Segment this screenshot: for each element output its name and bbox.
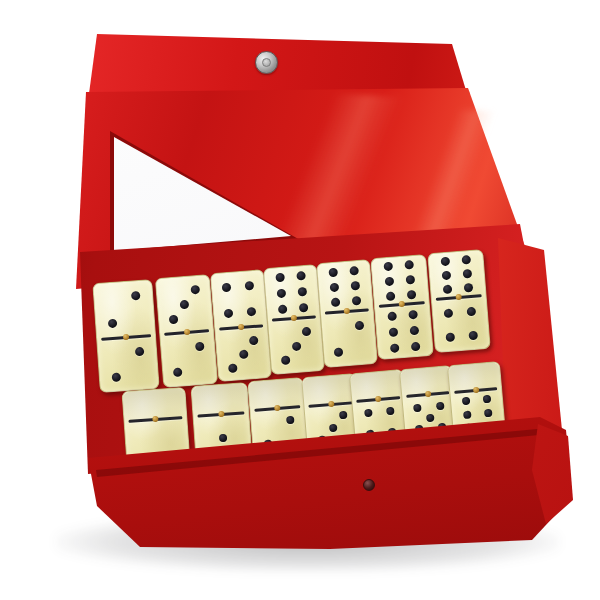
tile-bottom-half: [321, 311, 377, 367]
pip: [302, 327, 312, 337]
pip: [385, 291, 395, 301]
pip: [440, 257, 450, 267]
pip: [111, 373, 121, 383]
pip: [349, 266, 359, 276]
pip: [387, 312, 397, 322]
pip: [331, 298, 341, 308]
domino-set-photo: [0, 0, 600, 600]
pip: [281, 355, 291, 365]
pip: [406, 275, 416, 285]
pip: [190, 285, 200, 295]
pip: [224, 309, 234, 319]
domino-tile-top-2-3-2: [155, 274, 218, 388]
pip: [410, 326, 420, 336]
tile-bottom-half: [375, 304, 433, 359]
tile-bottom-half: [432, 297, 490, 352]
tile-bottom-half: [215, 327, 271, 381]
tile-top-half: [156, 275, 213, 334]
pip: [291, 341, 301, 351]
domino-tile-top-4-6-3: [263, 264, 325, 375]
pip: [462, 255, 472, 265]
pip: [405, 260, 415, 270]
pip: [328, 267, 338, 277]
tile-top-half: [371, 255, 429, 306]
tile-top-half: [317, 260, 373, 313]
domino-tile-top-3-4-3: [210, 269, 272, 382]
tile-top-half: [211, 270, 267, 329]
pip: [443, 308, 453, 318]
tile-bottom-half: [268, 318, 324, 374]
tile-top-half: [93, 280, 155, 339]
pip: [244, 281, 254, 291]
domino-tile-top-6-6-6: [370, 254, 434, 360]
pip: [407, 289, 417, 299]
pip: [445, 333, 455, 343]
divider-rivet: [183, 329, 189, 335]
pip: [135, 347, 145, 357]
pip: [169, 315, 179, 325]
pip: [467, 306, 477, 316]
pip: [441, 271, 451, 281]
pip: [388, 327, 398, 337]
domino-tile-top-1-2-2: [92, 279, 160, 393]
pip: [384, 277, 394, 287]
front-stud-icon: [363, 479, 375, 491]
snap-button-center: [262, 58, 271, 67]
pip: [222, 282, 232, 292]
pip: [442, 284, 452, 294]
snap-button-icon: [255, 51, 278, 74]
tile-top-half: [264, 265, 320, 320]
pip: [390, 343, 400, 353]
domino-tile-top-7-6-4: [427, 249, 491, 353]
domino-tile-top-5-6-2: [316, 259, 378, 368]
pip: [108, 319, 118, 329]
tile-bottom-half: [97, 337, 158, 392]
pip: [350, 281, 360, 291]
pip: [238, 349, 248, 359]
pip: [228, 363, 238, 373]
pip: [463, 269, 473, 279]
pip: [131, 291, 141, 301]
pip: [299, 303, 309, 313]
pip: [330, 283, 340, 293]
pip: [352, 296, 362, 306]
pip: [411, 341, 421, 351]
pip: [275, 273, 285, 283]
pip: [355, 321, 365, 331]
pip: [195, 341, 205, 351]
tile-bottom-half: [160, 332, 217, 387]
pip: [334, 347, 344, 357]
pip: [278, 304, 288, 314]
pip: [180, 300, 190, 310]
pip: [277, 289, 287, 299]
pip: [296, 271, 306, 281]
pip: [249, 335, 259, 345]
pip: [297, 287, 307, 297]
pip: [469, 331, 479, 341]
pip: [464, 283, 474, 293]
pip: [383, 262, 393, 272]
tile-top-half: [428, 250, 485, 299]
pip: [173, 368, 183, 378]
pip: [247, 307, 257, 317]
pip: [409, 310, 419, 320]
